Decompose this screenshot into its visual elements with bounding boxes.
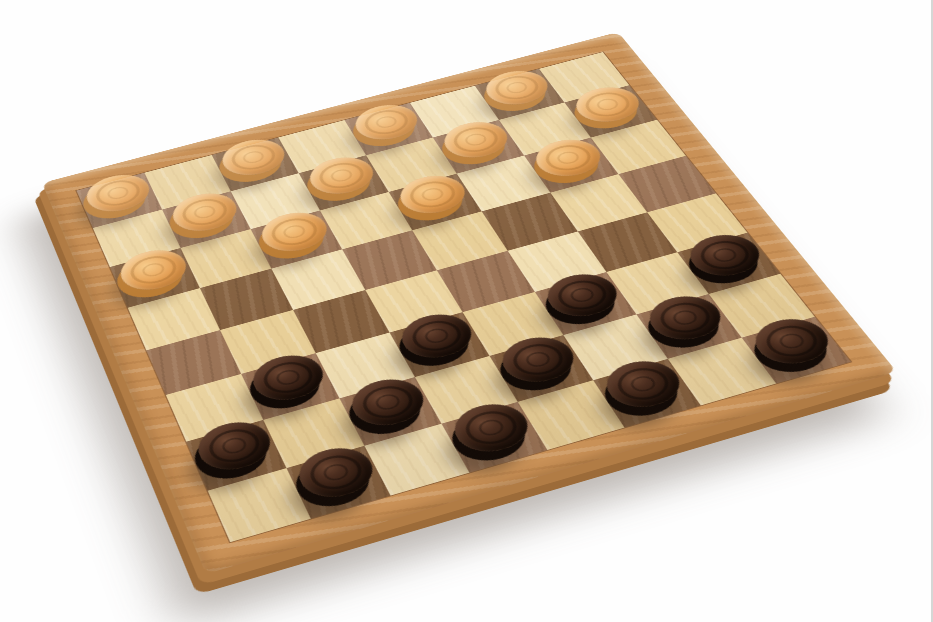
checkers-board: [42, 32, 897, 574]
board-grid: [76, 52, 850, 542]
photo-stage: [0, 0, 933, 622]
light-checker-a8[interactable]: [81, 169, 156, 217]
